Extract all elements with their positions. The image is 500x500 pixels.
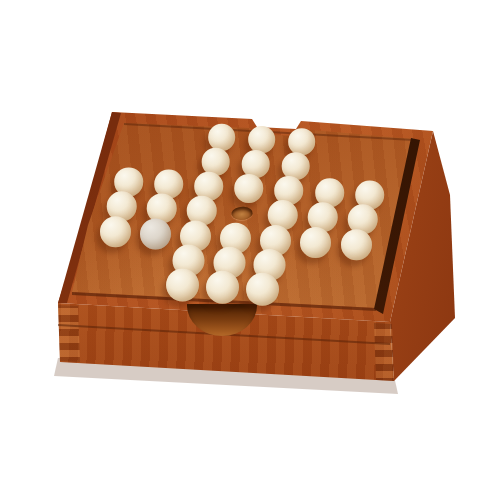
- hole-g5[interactable]: ●: [333, 231, 380, 258]
- empty-center-hole[interactable]: [230, 206, 254, 220]
- no-hole-f1: [319, 130, 366, 157]
- peg-glyph: ●: [249, 274, 276, 305]
- peg-f5[interactable]: ●: [301, 227, 332, 258]
- no-hole-a7: [79, 267, 126, 294]
- no-hole-g1: [359, 132, 406, 159]
- peg-d7[interactable]: ●: [206, 270, 239, 303]
- hole-d3[interactable]: ●: [225, 175, 272, 202]
- hole-d7[interactable]: ●: [199, 274, 246, 301]
- no-hole-a1: [118, 119, 165, 146]
- no-hole-a6: [85, 242, 132, 269]
- hole-c7[interactable]: ●: [159, 271, 206, 298]
- peg-glyph: ●: [303, 228, 328, 257]
- peg-e7[interactable]: ●: [246, 273, 279, 306]
- hole-e7[interactable]: ●: [239, 276, 286, 303]
- peg-glyph: ●: [344, 230, 369, 259]
- hole-b5[interactable]: ●: [132, 220, 179, 247]
- peg-glyph: ●: [209, 271, 236, 302]
- no-hole-f6: [286, 253, 333, 280]
- no-hole-f7: [280, 278, 327, 305]
- hole-a5[interactable]: ●: [92, 218, 139, 245]
- peg-d3[interactable]: ●: [234, 174, 263, 203]
- peg-solitaire-box-photo: ●●●●●●●●●●●●●●●●●●●●●●●●●●●●●●●●: [0, 0, 500, 500]
- no-hole-b7: [119, 269, 166, 296]
- peg-a5[interactable]: ●: [100, 216, 131, 247]
- no-hole-b6: [125, 245, 172, 272]
- peg-c7[interactable]: ●: [166, 268, 199, 301]
- no-hole-g7: [320, 280, 367, 307]
- no-hole-g6: [326, 256, 373, 283]
- peg-glyph: ●: [143, 219, 168, 248]
- hole-f5[interactable]: ●: [293, 229, 340, 256]
- no-hole-b1: [158, 122, 205, 149]
- solitaire-board-grid: ●●●●●●●●●●●●●●●●●●●●●●●●●●●●●●●●: [66, 113, 441, 323]
- peg-glyph: ●: [169, 269, 196, 300]
- gray-peg-b5[interactable]: ●: [140, 218, 171, 249]
- peg-g5[interactable]: ●: [341, 229, 372, 260]
- peg-glyph: ●: [237, 175, 260, 202]
- peg-glyph: ●: [102, 217, 127, 246]
